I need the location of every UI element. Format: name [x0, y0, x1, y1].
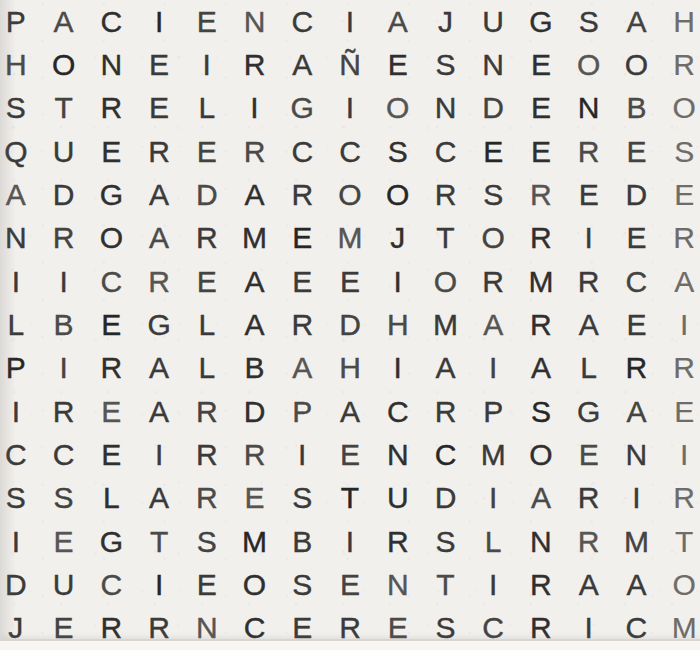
grid-cell[interactable]: I: [0, 260, 40, 303]
grid-cell[interactable]: A: [135, 390, 183, 433]
grid-cell[interactable]: G: [135, 303, 183, 346]
grid-cell[interactable]: R: [660, 43, 700, 86]
grid-cell[interactable]: O: [422, 260, 470, 303]
grid-cell[interactable]: E: [613, 130, 661, 173]
grid-cell[interactable]: M: [469, 433, 517, 476]
grid-cell[interactable]: I: [469, 347, 517, 390]
grid-cell[interactable]: N: [87, 43, 135, 86]
grid-cell[interactable]: E: [183, 563, 231, 606]
grid-cell[interactable]: H: [374, 303, 422, 346]
grid-cell[interactable]: I: [613, 477, 661, 520]
grid-cell[interactable]: A: [326, 390, 374, 433]
grid-cell[interactable]: N: [374, 563, 422, 606]
grid-cell[interactable]: D: [422, 477, 470, 520]
grid-cell[interactable]: A: [422, 347, 470, 390]
grid-cell[interactable]: T: [422, 563, 470, 606]
grid-cell[interactable]: E: [183, 260, 231, 303]
grid-cell[interactable]: R: [660, 477, 700, 520]
grid-cell[interactable]: G: [278, 87, 326, 130]
grid-cell[interactable]: I: [660, 303, 700, 346]
grid-cell[interactable]: A: [0, 173, 40, 216]
grid-cell[interactable]: O: [374, 173, 422, 216]
grid-cell[interactable]: R: [40, 217, 88, 260]
grid-cell[interactable]: C: [422, 130, 470, 173]
grid-cell[interactable]: R: [183, 390, 231, 433]
grid-cell[interactable]: N: [565, 87, 613, 130]
grid-cell[interactable]: C: [87, 563, 135, 606]
grid-cell[interactable]: R: [517, 173, 565, 216]
grid-cell[interactable]: A: [565, 303, 613, 346]
grid-cell[interactable]: P: [278, 390, 326, 433]
grid-cell[interactable]: M: [660, 607, 700, 650]
grid-cell[interactable]: D: [0, 563, 40, 606]
grid-cell[interactable]: A: [135, 173, 183, 216]
grid-cell[interactable]: B: [278, 520, 326, 563]
grid-cell[interactable]: C: [231, 607, 279, 650]
grid-cell[interactable]: A: [469, 303, 517, 346]
grid-cell[interactable]: S: [0, 87, 40, 130]
grid-cell[interactable]: B: [613, 87, 661, 130]
grid-cell[interactable]: R: [660, 347, 700, 390]
grid-cell[interactable]: E: [183, 130, 231, 173]
grid-cell[interactable]: A: [135, 217, 183, 260]
grid-cell[interactable]: E: [135, 43, 183, 86]
grid-cell[interactable]: E: [87, 390, 135, 433]
grid-cell[interactable]: O: [87, 217, 135, 260]
grid-cell[interactable]: D: [183, 173, 231, 216]
grid-cell[interactable]: C: [469, 607, 517, 650]
grid-cell[interactable]: E: [565, 433, 613, 476]
grid-cell[interactable]: E: [326, 563, 374, 606]
grid-cell[interactable]: C: [40, 433, 88, 476]
word-search-grid: PACIENCIAJUGSAHHONEIRAÑESNEOORSTRELIGION…: [0, 0, 700, 650]
grid-cell[interactable]: A: [613, 390, 661, 433]
grid-cell[interactable]: P: [0, 0, 40, 43]
grid-cell[interactable]: N: [231, 0, 279, 43]
grid-cell[interactable]: R: [517, 607, 565, 650]
grid-cell[interactable]: I: [374, 260, 422, 303]
grid-cell[interactable]: O: [469, 217, 517, 260]
grid-cell[interactable]: E: [326, 433, 374, 476]
grid-cell[interactable]: E: [278, 607, 326, 650]
grid-cell[interactable]: E: [40, 607, 88, 650]
scanned-word-search-page: PACIENCIAJUGSAHHONEIRAÑESNEOORSTRELIGION…: [0, 0, 700, 650]
grid-cell[interactable]: N: [517, 520, 565, 563]
grid-cell[interactable]: D: [613, 173, 661, 216]
grid-cell[interactable]: N: [0, 217, 40, 260]
grid-cell[interactable]: E: [374, 607, 422, 650]
grid-cell[interactable]: E: [374, 43, 422, 86]
grid-cell[interactable]: C: [278, 0, 326, 43]
grid-cell[interactable]: E: [231, 477, 279, 520]
grid-cell[interactable]: S: [40, 477, 88, 520]
grid-cell[interactable]: R: [183, 433, 231, 476]
grid-cell[interactable]: D: [40, 173, 88, 216]
grid-cell[interactable]: D: [326, 303, 374, 346]
grid-cell[interactable]: U: [469, 0, 517, 43]
grid-cell[interactable]: R: [40, 390, 88, 433]
grid-cell[interactable]: E: [278, 260, 326, 303]
grid-cell[interactable]: D: [469, 87, 517, 130]
grid-cell[interactable]: O: [374, 87, 422, 130]
grid-cell[interactable]: M: [613, 520, 661, 563]
grid-cell[interactable]: B: [231, 347, 279, 390]
grid-cell[interactable]: R: [87, 607, 135, 650]
grid-cell[interactable]: G: [517, 0, 565, 43]
grid-cell[interactable]: N: [183, 607, 231, 650]
grid-cell[interactable]: R: [278, 303, 326, 346]
grid-cell[interactable]: S: [565, 0, 613, 43]
grid-cell[interactable]: R: [183, 217, 231, 260]
grid-cell[interactable]: S: [278, 477, 326, 520]
grid-cell[interactable]: R: [135, 260, 183, 303]
grid-cell[interactable]: I: [660, 433, 700, 476]
grid-cell[interactable]: I: [135, 563, 183, 606]
grid-cell[interactable]: R: [565, 520, 613, 563]
grid-cell[interactable]: A: [231, 260, 279, 303]
grid-cell[interactable]: A: [40, 0, 88, 43]
grid-cell[interactable]: S: [422, 607, 470, 650]
grid-cell[interactable]: N: [469, 43, 517, 86]
grid-cell[interactable]: O: [660, 87, 700, 130]
grid-cell[interactable]: R: [231, 433, 279, 476]
grid-cell[interactable]: S: [517, 390, 565, 433]
grid-cell[interactable]: E: [613, 303, 661, 346]
grid-cell[interactable]: P: [469, 390, 517, 433]
grid-cell[interactable]: I: [326, 87, 374, 130]
grid-cell[interactable]: G: [565, 390, 613, 433]
grid-cell[interactable]: L: [183, 303, 231, 346]
grid-cell[interactable]: R: [231, 43, 279, 86]
grid-cell[interactable]: D: [231, 390, 279, 433]
grid-cell[interactable]: I: [326, 0, 374, 43]
grid-cell[interactable]: I: [40, 260, 88, 303]
grid-cell[interactable]: A: [231, 173, 279, 216]
grid-cell[interactable]: C: [326, 130, 374, 173]
grid-cell[interactable]: C: [374, 390, 422, 433]
grid-cell[interactable]: L: [0, 303, 40, 346]
grid-cell[interactable]: A: [135, 347, 183, 390]
grid-cell[interactable]: I: [135, 433, 183, 476]
grid-cell[interactable]: T: [40, 87, 88, 130]
grid-cell[interactable]: C: [87, 260, 135, 303]
grid-cell[interactable]: E: [87, 130, 135, 173]
grid-cell[interactable]: R: [565, 260, 613, 303]
grid-cell[interactable]: A: [517, 477, 565, 520]
grid-cell[interactable]: R: [278, 173, 326, 216]
grid-cell[interactable]: O: [231, 563, 279, 606]
grid-cell[interactable]: I: [40, 347, 88, 390]
grid-cell[interactable]: Ñ: [326, 43, 374, 86]
grid-cell[interactable]: P: [0, 347, 40, 390]
grid-cell[interactable]: S: [0, 477, 40, 520]
grid-cell[interactable]: A: [135, 477, 183, 520]
grid-cell[interactable]: L: [183, 347, 231, 390]
grid-cell[interactable]: E: [660, 390, 700, 433]
grid-cell[interactable]: R: [231, 130, 279, 173]
grid-cell[interactable]: E: [517, 130, 565, 173]
grid-cell[interactable]: O: [517, 433, 565, 476]
grid-cell[interactable]: L: [469, 520, 517, 563]
grid-cell[interactable]: R: [613, 347, 661, 390]
grid-cell[interactable]: R: [135, 130, 183, 173]
grid-cell[interactable]: E: [326, 260, 374, 303]
grid-cell[interactable]: O: [40, 43, 88, 86]
grid-cell[interactable]: R: [517, 303, 565, 346]
grid-cell[interactable]: M: [231, 217, 279, 260]
grid-cell[interactable]: R: [183, 477, 231, 520]
grid-cell[interactable]: L: [183, 87, 231, 130]
grid-cell[interactable]: N: [422, 87, 470, 130]
grid-cell[interactable]: I: [565, 607, 613, 650]
grid-cell[interactable]: A: [613, 563, 661, 606]
grid-cell[interactable]: E: [469, 130, 517, 173]
grid-cell[interactable]: I: [326, 520, 374, 563]
grid-cell[interactable]: I: [278, 433, 326, 476]
grid-cell[interactable]: C: [0, 433, 40, 476]
grid-cell[interactable]: R: [517, 563, 565, 606]
grid-cell[interactable]: U: [374, 477, 422, 520]
grid-cell[interactable]: O: [326, 173, 374, 216]
grid-cell[interactable]: E: [183, 0, 231, 43]
grid-cell[interactable]: H: [0, 43, 40, 86]
grid-cell[interactable]: G: [87, 173, 135, 216]
grid-cell[interactable]: A: [613, 0, 661, 43]
grid-cell[interactable]: J: [422, 0, 470, 43]
grid-cell[interactable]: L: [87, 477, 135, 520]
grid-cell[interactable]: J: [0, 607, 40, 650]
grid-cell[interactable]: E: [40, 520, 88, 563]
grid-cell[interactable]: A: [660, 260, 700, 303]
grid-cell[interactable]: U: [40, 563, 88, 606]
grid-cell[interactable]: G: [87, 520, 135, 563]
grid-cell[interactable]: R: [422, 390, 470, 433]
grid-cell[interactable]: E: [517, 87, 565, 130]
grid-cell[interactable]: H: [326, 347, 374, 390]
grid-cell[interactable]: M: [517, 260, 565, 303]
grid-cell[interactable]: I: [0, 390, 40, 433]
grid-cell[interactable]: T: [660, 520, 700, 563]
grid-cell[interactable]: A: [565, 563, 613, 606]
grid-cell[interactable]: L: [565, 347, 613, 390]
grid-cell[interactable]: R: [326, 607, 374, 650]
grid-cell[interactable]: R: [517, 217, 565, 260]
grid-cell[interactable]: I: [469, 563, 517, 606]
grid-cell[interactable]: S: [422, 520, 470, 563]
grid-cell[interactable]: H: [660, 0, 700, 43]
grid-cell[interactable]: R: [565, 130, 613, 173]
grid-cell[interactable]: M: [326, 217, 374, 260]
grid-cell[interactable]: Q: [0, 130, 40, 173]
grid-cell[interactable]: S: [183, 520, 231, 563]
grid-cell[interactable]: B: [40, 303, 88, 346]
grid-cell[interactable]: N: [374, 433, 422, 476]
grid-cell[interactable]: A: [278, 43, 326, 86]
grid-cell[interactable]: R: [87, 347, 135, 390]
grid-cell[interactable]: R: [565, 477, 613, 520]
grid-cell[interactable]: E: [87, 433, 135, 476]
grid-cell[interactable]: I: [0, 520, 40, 563]
grid-cell[interactable]: E: [87, 303, 135, 346]
grid-cell[interactable]: E: [660, 173, 700, 216]
grid-cell[interactable]: R: [87, 87, 135, 130]
grid-cell[interactable]: M: [422, 303, 470, 346]
grid-cell[interactable]: A: [517, 347, 565, 390]
grid-cell[interactable]: U: [40, 130, 88, 173]
grid-cell[interactable]: S: [374, 130, 422, 173]
grid-cell[interactable]: I: [231, 87, 279, 130]
grid-cell[interactable]: E: [278, 217, 326, 260]
grid-cell[interactable]: O: [565, 43, 613, 86]
grid-cell[interactable]: R: [135, 607, 183, 650]
grid-cell[interactable]: I: [469, 477, 517, 520]
grid-cell[interactable]: R: [422, 173, 470, 216]
grid-cell[interactable]: I: [135, 0, 183, 43]
grid-cell[interactable]: S: [469, 173, 517, 216]
grid-cell[interactable]: S: [278, 563, 326, 606]
grid-cell[interactable]: C: [278, 130, 326, 173]
grid-cell[interactable]: C: [613, 260, 661, 303]
grid-cell[interactable]: M: [231, 520, 279, 563]
grid-cell[interactable]: I: [183, 43, 231, 86]
grid-cell[interactable]: R: [469, 260, 517, 303]
grid-cell[interactable]: I: [565, 217, 613, 260]
grid-cell[interactable]: C: [87, 0, 135, 43]
grid-cell[interactable]: A: [374, 0, 422, 43]
grid-cell[interactable]: R: [374, 520, 422, 563]
grid-cell[interactable]: O: [660, 563, 700, 606]
grid-cell[interactable]: R: [660, 217, 700, 260]
grid-cell[interactable]: E: [517, 43, 565, 86]
grid-cell[interactable]: E: [565, 173, 613, 216]
grid-cell[interactable]: I: [374, 347, 422, 390]
grid-cell[interactable]: T: [135, 520, 183, 563]
grid-cell[interactable]: S: [422, 43, 470, 86]
grid-cell[interactable]: C: [422, 433, 470, 476]
grid-cell[interactable]: S: [660, 130, 700, 173]
grid-cell[interactable]: O: [613, 43, 661, 86]
grid-cell[interactable]: E: [613, 217, 661, 260]
grid-cell[interactable]: E: [135, 87, 183, 130]
grid-cell[interactable]: N: [613, 433, 661, 476]
grid-cell[interactable]: A: [231, 303, 279, 346]
grid-cell[interactable]: C: [613, 607, 661, 650]
grid-cell[interactable]: T: [422, 217, 470, 260]
grid-cell[interactable]: A: [278, 347, 326, 390]
grid-cell[interactable]: T: [326, 477, 374, 520]
grid-cell[interactable]: J: [374, 217, 422, 260]
